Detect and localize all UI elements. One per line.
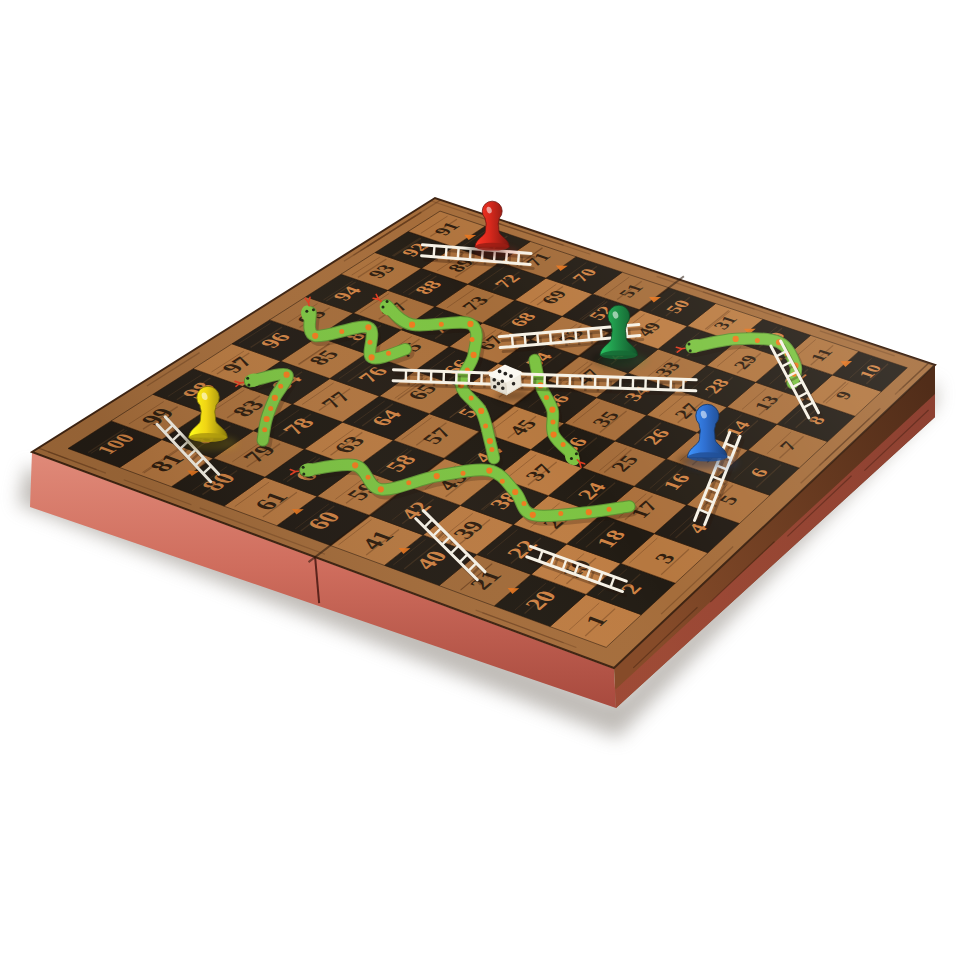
scene: Wooden folding Snakes and Ladders board … (0, 0, 960, 960)
board-scene: 1234567891020191817161514131211212223242… (0, 0, 960, 960)
board-lighting (32, 198, 935, 668)
